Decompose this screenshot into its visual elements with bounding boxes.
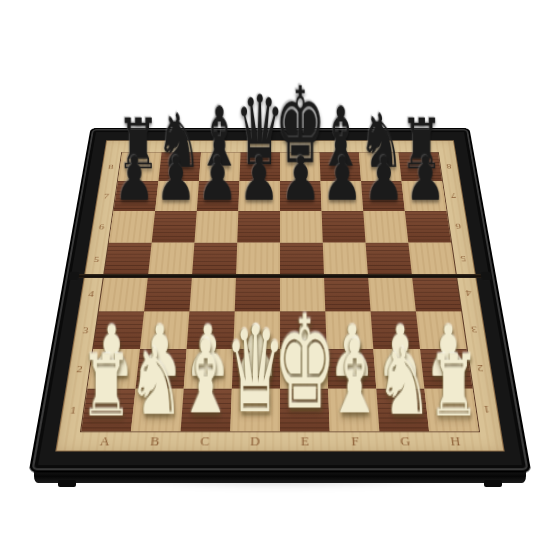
square-b4 [144, 276, 192, 311]
square-f4 [324, 276, 371, 311]
square-c1: ♝ [181, 389, 232, 431]
piece-black-rook-h8: ♜ [400, 110, 443, 179]
square-h8: ♜ [398, 153, 442, 181]
square-c2: ♟ [184, 349, 234, 389]
square-g6 [363, 211, 408, 243]
square-c4 [189, 276, 236, 311]
square-g7: ♟ [361, 181, 405, 211]
square-d6 [237, 211, 280, 243]
square-c3 [187, 311, 235, 349]
square-c6 [194, 211, 238, 243]
board-grid: ♜♞♝♛♚♝♞♜♟♟♟♟♟♟♟♟♟♟♟♟♟♟♟♟♜♞♝♛♚♝♞♜ [81, 153, 479, 432]
piece-white-pawn-h2: ♟ [425, 315, 472, 386]
square-g8: ♞ [359, 153, 402, 181]
chess-board: 87654321 87654321 ABCDEFGH ♜♞♝♛♚♝♞♜♟♟♟♟♟… [29, 128, 532, 472]
file-labels-bottom: ABCDEFGH [78, 431, 482, 451]
chess-set-photo: 87654321 87654321 ABCDEFGH ♜♞♝♛♚♝♞♜♟♟♟♟♟… [0, 0, 560, 560]
square-h3 [416, 311, 467, 349]
square-f3 [325, 311, 373, 349]
file-label-D: D [230, 431, 280, 451]
square-h6 [405, 211, 451, 243]
square-b8: ♞ [158, 153, 201, 181]
square-e6 [280, 211, 323, 243]
square-a7: ♟ [114, 181, 159, 211]
piece-white-pawn-c2: ♟ [184, 315, 231, 386]
file-label-E: E [280, 431, 330, 451]
square-h5 [408, 243, 456, 276]
piece-black-rook-a8: ♜ [117, 110, 160, 179]
rank-label-right-6: 6 [446, 211, 470, 243]
square-a1: ♜ [81, 389, 135, 431]
file-label-A: A [78, 431, 131, 451]
file-label-H: H [429, 431, 482, 451]
square-b2: ♟ [136, 349, 187, 389]
square-a8: ♜ [118, 153, 162, 181]
board-frame: 87654321 87654321 ABCDEFGH ♜♞♝♛♚♝♞♜♟♟♟♟♟… [29, 128, 532, 472]
square-h1: ♜ [424, 389, 478, 431]
square-d2: ♟ [232, 349, 280, 389]
piece-white-pawn-g2: ♟ [377, 315, 424, 386]
square-f2: ♟ [327, 349, 377, 389]
square-g2: ♟ [373, 349, 424, 389]
square-a3 [93, 311, 144, 349]
square-b1: ♞ [131, 389, 184, 431]
square-f6 [322, 211, 366, 243]
scene: 87654321 87654321 ABCDEFGH ♜♞♝♛♚♝♞♜♟♟♟♟♟… [0, 0, 560, 560]
square-d4 [235, 276, 280, 311]
square-d7: ♟ [238, 181, 280, 211]
piece-black-bishop-c8: ♝ [196, 96, 242, 178]
square-c8: ♝ [199, 153, 241, 181]
square-d8: ♛ [239, 153, 280, 181]
square-a6 [109, 211, 155, 243]
square-e2: ♟ [280, 349, 328, 389]
square-f5 [323, 243, 368, 276]
piece-black-king-e8: ♚ [275, 73, 326, 179]
file-label-G: G [379, 431, 431, 451]
file-label-B: B [129, 431, 181, 451]
square-c5 [192, 243, 237, 276]
square-h2: ♟ [420, 349, 473, 389]
square-g1: ♞ [376, 389, 429, 431]
square-b6 [152, 211, 197, 243]
square-e1: ♚ [280, 389, 330, 431]
square-a5 [104, 243, 152, 276]
square-d1: ♛ [230, 389, 280, 431]
square-g5 [366, 243, 412, 276]
square-g3 [371, 311, 420, 349]
square-e8: ♚ [280, 153, 321, 181]
square-h4 [412, 276, 461, 311]
square-f1: ♝ [328, 389, 379, 431]
square-b5 [148, 243, 194, 276]
square-e7: ♟ [280, 181, 322, 211]
square-e4 [280, 276, 325, 311]
rank-label-right-8: 8 [438, 153, 461, 181]
rank-label-right-7: 7 [442, 181, 465, 211]
piece-white-pawn-f2: ♟ [329, 315, 376, 386]
file-label-C: C [179, 431, 230, 451]
rank-label-right-5: 5 [451, 243, 476, 276]
piece-white-pawn-d2: ♟ [232, 315, 279, 386]
piece-black-queen-d8: ♛ [235, 82, 284, 179]
square-e3 [280, 311, 327, 349]
square-b3 [140, 311, 189, 349]
square-g4 [368, 276, 416, 311]
piece-white-pawn-b2: ♟ [136, 315, 183, 386]
piece-white-pawn-a2: ♟ [88, 315, 135, 386]
square-a2: ♟ [87, 349, 140, 389]
board-surface: 87654321 87654321 ABCDEFGH ♜♞♝♛♚♝♞♜♟♟♟♟♟… [55, 140, 504, 451]
square-a4 [99, 276, 148, 311]
square-c7: ♟ [197, 181, 240, 211]
square-h7: ♟ [402, 181, 447, 211]
square-d5 [236, 243, 280, 276]
piece-black-knight-b8: ♞ [156, 104, 202, 179]
square-b7: ♟ [155, 181, 199, 211]
square-d3 [233, 311, 280, 349]
square-f7: ♟ [321, 181, 364, 211]
file-label-F: F [330, 431, 381, 451]
piece-black-knight-g8: ♞ [358, 104, 404, 179]
piece-black-bishop-f8: ♝ [318, 96, 364, 178]
square-f8: ♝ [319, 153, 361, 181]
piece-white-pawn-e2: ♟ [281, 315, 328, 386]
square-e5 [280, 243, 324, 276]
